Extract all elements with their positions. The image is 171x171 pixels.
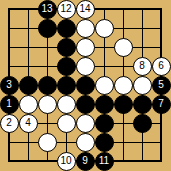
white-stone — [76, 114, 95, 133]
move-number-label: 11 — [99, 156, 109, 166]
move-number-label: 9 — [82, 156, 88, 166]
black-stone — [95, 133, 114, 152]
move-number-label: 2 — [6, 118, 12, 128]
black-stone-move-13: 13 — [38, 0, 57, 19]
white-stone — [114, 38, 133, 57]
black-stone — [57, 19, 76, 38]
move-number-label: 6 — [158, 61, 164, 71]
white-stone-move-10: 10 — [57, 152, 76, 171]
white-stone-move-12: 12 — [57, 0, 76, 19]
white-stone — [95, 19, 114, 38]
black-stone-move-9: 9 — [76, 152, 95, 171]
move-number-label: 5 — [158, 80, 164, 90]
move-number-label: 1 — [6, 99, 12, 109]
white-stone — [57, 95, 76, 114]
black-stone-move-1: 1 — [0, 95, 19, 114]
white-stone — [76, 38, 95, 57]
move-number-label: 13 — [41, 4, 52, 14]
black-stone — [38, 76, 57, 95]
black-stone — [95, 114, 114, 133]
white-stone — [57, 114, 76, 133]
black-stone — [76, 76, 95, 95]
white-stone — [133, 76, 152, 95]
move-number-label: 7 — [158, 99, 164, 109]
white-stone — [76, 133, 95, 152]
black-stone — [76, 95, 95, 114]
black-stone — [19, 76, 38, 95]
black-stone — [114, 95, 133, 114]
black-stone — [57, 38, 76, 57]
white-stone — [76, 19, 95, 38]
white-stone — [19, 95, 38, 114]
black-stone — [133, 95, 152, 114]
black-stone — [57, 76, 76, 95]
white-stone-move-2: 2 — [0, 114, 19, 133]
move-number-label: 10 — [60, 156, 71, 166]
white-stone-move-14: 14 — [76, 0, 95, 19]
white-stone-move-6: 6 — [152, 57, 171, 76]
go-board: 1312148635172410911 — [0, 0, 171, 171]
black-stone — [38, 19, 57, 38]
black-stone-move-5: 5 — [152, 76, 171, 95]
white-stone — [114, 76, 133, 95]
black-stone-move-11: 11 — [95, 152, 114, 171]
move-number-label: 8 — [139, 61, 145, 71]
white-stone — [38, 95, 57, 114]
black-stone — [133, 114, 152, 133]
black-stone-move-3: 3 — [0, 76, 19, 95]
move-number-label: 12 — [60, 4, 71, 14]
white-stone — [95, 76, 114, 95]
move-number-label: 14 — [79, 4, 90, 14]
move-number-label: 3 — [6, 80, 12, 90]
move-number-label: 4 — [25, 118, 31, 128]
white-stone-move-8: 8 — [133, 57, 152, 76]
black-stone — [95, 95, 114, 114]
white-stone — [38, 133, 57, 152]
white-stone-move-4: 4 — [19, 114, 38, 133]
black-stone-move-7: 7 — [152, 95, 171, 114]
black-stone — [57, 57, 76, 76]
white-stone — [76, 57, 95, 76]
